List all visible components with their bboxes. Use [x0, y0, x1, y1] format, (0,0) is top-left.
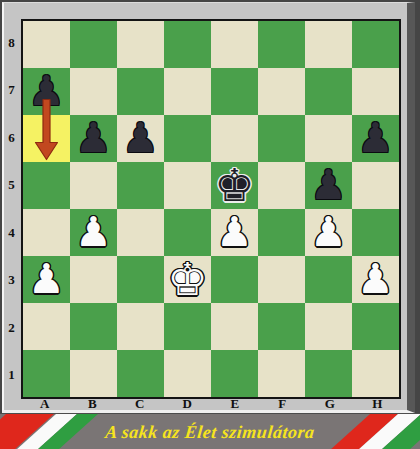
piece-white-pawn-a3: ♟: [28, 259, 65, 300]
piece-white-pawn-b4: ♟: [75, 212, 112, 253]
square-e4: ♟: [211, 209, 258, 256]
square-g6: [305, 115, 352, 162]
square-f8: [258, 21, 305, 68]
file-label-a: A: [21, 397, 69, 411]
chess-diagram: 87654321 ♟♟♟♟♚♟♟♟♟♟♚♟ ABCDEFGH A sakk az…: [0, 0, 420, 449]
rank-label-1: 1: [3, 352, 20, 400]
square-a1: [23, 350, 70, 397]
square-f2: [258, 303, 305, 350]
square-c6: ♟: [117, 115, 164, 162]
square-b6: ♟: [70, 115, 117, 162]
square-g5: ♟: [305, 162, 352, 209]
square-d4: [164, 209, 211, 256]
rank-label-8: 8: [3, 19, 20, 67]
square-e5: ♚: [211, 162, 258, 209]
file-label-c: C: [116, 397, 164, 411]
square-g1: [305, 350, 352, 397]
square-f3: [258, 256, 305, 303]
square-c4: [117, 209, 164, 256]
square-f5: [258, 162, 305, 209]
square-d1: [164, 350, 211, 397]
rank-label-2: 2: [3, 304, 20, 352]
square-e6: [211, 115, 258, 162]
square-g4: ♟: [305, 209, 352, 256]
square-b4: ♟: [70, 209, 117, 256]
piece-white-pawn-g4: ♟: [310, 212, 347, 253]
banner-caption: A sakk az Élet szimulátora: [0, 414, 420, 449]
square-a4: [23, 209, 70, 256]
square-d5: [164, 162, 211, 209]
square-g2: [305, 303, 352, 350]
square-f6: [258, 115, 305, 162]
file-label-b: B: [69, 397, 117, 411]
square-h3: ♟: [352, 256, 399, 303]
square-g3: [305, 256, 352, 303]
square-b7: [70, 68, 117, 115]
file-label-g: G: [306, 397, 354, 411]
square-a7: ♟: [23, 68, 70, 115]
square-c5: [117, 162, 164, 209]
rank-label-3: 3: [3, 257, 20, 305]
rank-label-6: 6: [3, 114, 20, 162]
rank-label-5: 5: [3, 162, 20, 210]
rank-labels: 87654321: [3, 19, 20, 399]
square-h7: [352, 68, 399, 115]
square-h8: [352, 21, 399, 68]
square-h4: [352, 209, 399, 256]
piece-black-pawn-g5: ♟: [310, 165, 347, 206]
piece-black-king-e5: ♚: [214, 163, 254, 208]
square-a6: [23, 115, 70, 162]
square-c7: [117, 68, 164, 115]
square-e2: [211, 303, 258, 350]
piece-black-pawn-h6: ♟: [357, 118, 394, 159]
square-d3: ♚: [164, 256, 211, 303]
square-d8: [164, 21, 211, 68]
piece-black-pawn-c6: ♟: [122, 118, 159, 159]
square-b1: [70, 350, 117, 397]
piece-black-pawn-b6: ♟: [75, 118, 112, 159]
file-labels: ABCDEFGH: [21, 397, 401, 411]
square-b8: [70, 21, 117, 68]
file-label-f: F: [259, 397, 307, 411]
file-label-e: E: [211, 397, 259, 411]
file-label-d: D: [164, 397, 212, 411]
rank-label-4: 4: [3, 209, 20, 257]
square-a8: [23, 21, 70, 68]
file-label-h: H: [354, 397, 402, 411]
square-h2: [352, 303, 399, 350]
rank-label-7: 7: [3, 67, 20, 115]
square-b5: [70, 162, 117, 209]
square-a3: ♟: [23, 256, 70, 303]
square-c3: [117, 256, 164, 303]
square-f4: [258, 209, 305, 256]
piece-white-king-d3: ♚: [167, 257, 207, 302]
square-a2: [23, 303, 70, 350]
piece-white-pawn-e4: ♟: [216, 212, 253, 253]
square-e3: [211, 256, 258, 303]
square-b3: [70, 256, 117, 303]
square-d7: [164, 68, 211, 115]
square-h5: [352, 162, 399, 209]
square-b2: [70, 303, 117, 350]
square-h1: [352, 350, 399, 397]
square-c1: [117, 350, 164, 397]
square-f1: [258, 350, 305, 397]
chess-board: ♟♟♟♟♚♟♟♟♟♟♚♟: [21, 19, 401, 399]
square-c2: [117, 303, 164, 350]
square-e1: [211, 350, 258, 397]
square-d2: [164, 303, 211, 350]
square-h6: ♟: [352, 115, 399, 162]
square-e7: [211, 68, 258, 115]
square-a5: [23, 162, 70, 209]
square-g7: [305, 68, 352, 115]
square-c8: [117, 21, 164, 68]
square-g8: [305, 21, 352, 68]
piece-white-pawn-h3: ♟: [357, 259, 394, 300]
piece-black-pawn-a7: ♟: [28, 71, 65, 112]
square-d6: [164, 115, 211, 162]
square-f7: [258, 68, 305, 115]
square-e8: [211, 21, 258, 68]
caption-banner: A sakk az Élet szimulátora: [0, 413, 420, 449]
